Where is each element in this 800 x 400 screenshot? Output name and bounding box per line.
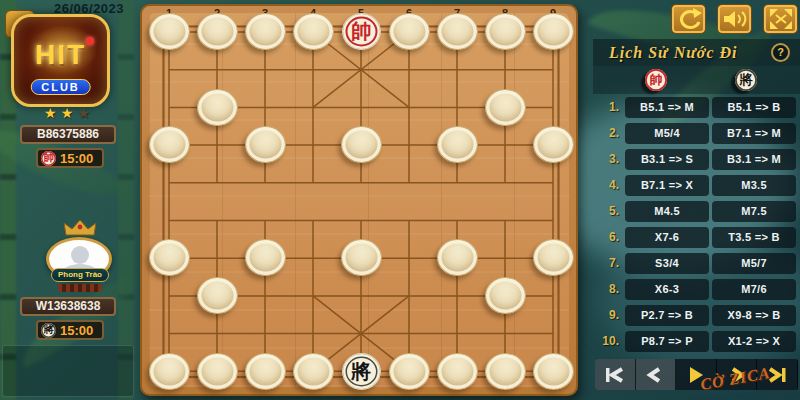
red-move-cell[interactable]: S3/4: [625, 253, 709, 274]
face-down-piece[interactable]: [485, 277, 526, 314]
face-down-piece[interactable]: [149, 239, 190, 276]
face-down-piece[interactable]: [437, 239, 478, 276]
face-down-piece[interactable]: [437, 13, 478, 50]
speaker-icon: [722, 8, 748, 30]
bottom-player-id: W13638638: [20, 297, 116, 316]
face-down-piece[interactable]: [245, 239, 286, 276]
move-number: 7.: [595, 256, 619, 270]
red-general-piece[interactable]: 帥: [342, 13, 381, 50]
move-history-row: 5.M4.5M7.5: [595, 200, 800, 222]
black-move-cell[interactable]: M7.5: [712, 201, 796, 222]
previous-move-icon: [645, 367, 665, 383]
top-player-id: B86375886: [20, 125, 116, 144]
face-down-piece[interactable]: [389, 13, 430, 50]
red-move-cell[interactable]: X6-3: [625, 279, 709, 300]
black-move-cell[interactable]: B7.1 => M: [712, 123, 796, 144]
sound-button[interactable]: [717, 4, 752, 34]
black-column-icon: 將: [735, 69, 757, 91]
red-move-cell[interactable]: B7.1 => X: [625, 175, 709, 196]
black-move-cell[interactable]: T3.5 => B: [712, 227, 796, 248]
game-screen: 123456789 987654321 帥將 26/06/2023 ‹ HIT …: [0, 0, 800, 400]
black-move-cell[interactable]: X1-2 => X: [712, 331, 796, 352]
face-down-piece[interactable]: [485, 13, 526, 50]
red-move-cell[interactable]: M5/4: [625, 123, 709, 144]
move-number: 10.: [595, 334, 619, 348]
star-icon: ★: [44, 105, 57, 121]
red-column-icon: 帥: [645, 69, 667, 91]
red-move-cell[interactable]: M4.5: [625, 201, 709, 222]
history-column-headers: 帥 將: [593, 66, 800, 94]
black-move-cell[interactable]: M5/7: [712, 253, 796, 274]
red-move-cell[interactable]: B5.1 => M: [625, 97, 709, 118]
face-down-piece[interactable]: [341, 126, 382, 163]
face-down-piece[interactable]: [389, 353, 430, 390]
move-number: 4.: [595, 178, 619, 192]
move-history-list: 1.B5.1 => MB5.1 => B2.M5/4B7.1 => M3.B3.…: [595, 96, 800, 356]
face-down-piece[interactable]: [197, 13, 238, 50]
move-history-row: 3.B3.1 => SB3.1 => M: [595, 148, 800, 170]
first-move-icon: [604, 367, 626, 383]
chat-area[interactable]: [2, 345, 134, 397]
face-down-piece[interactable]: [437, 353, 478, 390]
red-move-cell[interactable]: P2.7 => B: [625, 305, 709, 326]
face-down-piece[interactable]: [197, 277, 238, 314]
move-history-row: 2.M5/4B7.1 => M: [595, 122, 800, 144]
piece-grid: 帥將: [145, 13, 577, 390]
logo-red-dot-icon: [86, 37, 94, 45]
logo-text-club: CLUB: [30, 79, 91, 95]
move-history-row: 6.X7-6T3.5 => B: [595, 226, 800, 248]
move-history-row: 4.B7.1 => XM3.5: [595, 174, 800, 196]
face-down-piece[interactable]: [485, 353, 526, 390]
first-move-button[interactable]: [595, 359, 636, 390]
face-down-piece[interactable]: [149, 353, 190, 390]
history-header: Lịch Sử Nước Đi ?: [593, 39, 800, 66]
move-number: 5.: [595, 204, 619, 218]
fullscreen-button[interactable]: [763, 4, 798, 34]
face-down-piece[interactable]: [245, 13, 286, 50]
face-down-piece[interactable]: [485, 89, 526, 126]
black-move-cell[interactable]: X9-8 => B: [712, 305, 796, 326]
black-move-cell[interactable]: M7/6: [712, 279, 796, 300]
move-history-row: 8.X6-3M7/6: [595, 278, 800, 300]
move-history-row: 9.P2.7 => BX9-8 => B: [595, 304, 800, 326]
logo-text-hit: HIT: [14, 39, 107, 71]
black-move-cell[interactable]: B3.1 => M: [712, 149, 796, 170]
history-title: Lịch Sử Nước Đi: [609, 44, 738, 62]
previous-move-button[interactable]: [636, 359, 677, 390]
avatar-rank-banner: Phong Trào: [51, 268, 109, 282]
move-history-row: 10.P8.7 => PX1-2 => X: [595, 330, 800, 352]
red-move-cell[interactable]: B3.1 => S: [625, 149, 709, 170]
red-move-cell[interactable]: X7-6: [625, 227, 709, 248]
move-number: 9.: [595, 308, 619, 322]
face-down-piece[interactable]: [533, 126, 574, 163]
face-down-piece[interactable]: [533, 239, 574, 276]
help-button[interactable]: ?: [771, 43, 790, 62]
rotate-icon: [675, 7, 703, 31]
black-move-cell[interactable]: B5.1 => B: [712, 97, 796, 118]
black-general-piece[interactable]: 將: [342, 353, 381, 390]
avatar-fringe-ornament: [58, 284, 102, 292]
bottom-clock-time: 15:00: [60, 323, 93, 338]
face-down-piece[interactable]: [533, 353, 574, 390]
star-icon: ★: [61, 105, 74, 121]
face-down-piece[interactable]: [437, 126, 478, 163]
face-down-piece[interactable]: [149, 13, 190, 50]
top-clock-time: 15:00: [60, 151, 93, 166]
xiangqi-board: 123456789 987654321 帥將: [140, 4, 578, 396]
hit-club-logo[interactable]: HIT CLUB: [11, 14, 110, 107]
face-down-piece[interactable]: [197, 89, 238, 126]
face-down-piece[interactable]: [341, 239, 382, 276]
face-down-piece[interactable]: [293, 13, 334, 50]
black-side-icon: 將: [41, 323, 56, 338]
face-down-piece[interactable]: [293, 353, 334, 390]
bottom-player-clock: 將 15:00: [36, 320, 104, 340]
red-move-cell[interactable]: P8.7 => P: [625, 331, 709, 352]
star-icon: ★: [77, 105, 90, 121]
fullscreen-icon: [769, 8, 793, 30]
move-history-row: 1.B5.1 => MB5.1 => B: [595, 96, 800, 118]
face-down-piece[interactable]: [197, 353, 238, 390]
move-number: 2.: [595, 126, 619, 140]
face-down-piece[interactable]: [533, 13, 574, 50]
player-star-rating: ★★★: [44, 105, 90, 121]
avatar-crown-icon: [62, 219, 98, 237]
black-move-cell[interactable]: M3.5: [712, 175, 796, 196]
move-number: 6.: [595, 230, 619, 244]
move-history-row: 7.S3/4M5/7: [595, 252, 800, 274]
move-number: 1.: [595, 100, 619, 114]
bamboo-stalk: [118, 0, 134, 400]
move-number: 3.: [595, 152, 619, 166]
face-down-piece[interactable]: [245, 353, 286, 390]
face-down-piece[interactable]: [245, 126, 286, 163]
move-number: 8.: [595, 282, 619, 296]
face-down-piece[interactable]: [149, 126, 190, 163]
red-side-icon: 帥: [41, 151, 56, 166]
avatar-silhouette-head: [71, 246, 89, 264]
top-player-clock: 帥 15:00: [36, 148, 104, 168]
rotate-board-button[interactable]: [671, 4, 706, 34]
